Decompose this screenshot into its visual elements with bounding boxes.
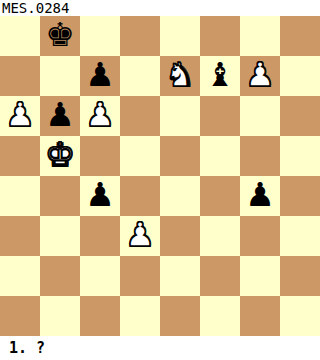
square-h2[interactable] <box>280 256 320 296</box>
square-c7[interactable]: ♟ <box>80 56 120 96</box>
square-c6[interactable]: ♟ <box>80 96 120 136</box>
square-e7[interactable]: ♞ <box>160 56 200 96</box>
white-pawn-piece: ♟ <box>5 96 35 135</box>
diagram-title: MES.0284 <box>0 0 320 16</box>
white-pawn-piece: ♟ <box>125 216 155 255</box>
square-d7[interactable] <box>120 56 160 96</box>
black-king-piece: ♚ <box>45 16 75 55</box>
square-e6[interactable] <box>160 96 200 136</box>
square-a2[interactable] <box>0 256 40 296</box>
square-e1[interactable] <box>160 296 200 336</box>
square-c4[interactable]: ♟ <box>80 176 120 216</box>
square-a7[interactable] <box>0 56 40 96</box>
square-b4[interactable] <box>40 176 80 216</box>
square-d2[interactable] <box>120 256 160 296</box>
square-d5[interactable] <box>120 136 160 176</box>
square-g6[interactable] <box>240 96 280 136</box>
square-a1[interactable] <box>0 296 40 336</box>
square-h5[interactable] <box>280 136 320 176</box>
square-b8[interactable]: ♚ <box>40 16 80 56</box>
black-pawn-piece: ♟ <box>85 56 115 95</box>
square-f5[interactable] <box>200 136 240 176</box>
black-pawn-piece: ♟ <box>245 176 275 215</box>
square-d4[interactable] <box>120 176 160 216</box>
square-b3[interactable] <box>40 216 80 256</box>
square-e2[interactable] <box>160 256 200 296</box>
square-f7[interactable]: ♝ <box>200 56 240 96</box>
black-pawn-piece: ♟ <box>45 96 75 135</box>
square-a4[interactable] <box>0 176 40 216</box>
square-h3[interactable] <box>280 216 320 256</box>
square-g5[interactable] <box>240 136 280 176</box>
square-c8[interactable] <box>80 16 120 56</box>
square-a8[interactable] <box>0 16 40 56</box>
square-c3[interactable] <box>80 216 120 256</box>
square-b5[interactable]: ♚ <box>40 136 80 176</box>
square-d8[interactable] <box>120 16 160 56</box>
square-f2[interactable] <box>200 256 240 296</box>
square-g1[interactable] <box>240 296 280 336</box>
square-f1[interactable] <box>200 296 240 336</box>
black-pawn-piece: ♟ <box>85 176 115 215</box>
square-h6[interactable] <box>280 96 320 136</box>
square-h8[interactable] <box>280 16 320 56</box>
square-f4[interactable] <box>200 176 240 216</box>
black-bishop-piece: ♝ <box>205 56 235 95</box>
square-h4[interactable] <box>280 176 320 216</box>
white-pawn-piece: ♟ <box>245 56 275 95</box>
square-g4[interactable]: ♟ <box>240 176 280 216</box>
square-d3[interactable]: ♟ <box>120 216 160 256</box>
square-c5[interactable] <box>80 136 120 176</box>
square-b1[interactable] <box>40 296 80 336</box>
square-b2[interactable] <box>40 256 80 296</box>
square-g3[interactable] <box>240 216 280 256</box>
square-d1[interactable] <box>120 296 160 336</box>
square-c2[interactable] <box>80 256 120 296</box>
square-c1[interactable] <box>80 296 120 336</box>
square-a3[interactable] <box>0 216 40 256</box>
square-b6[interactable]: ♟ <box>40 96 80 136</box>
square-e8[interactable] <box>160 16 200 56</box>
square-e4[interactable] <box>160 176 200 216</box>
move-prompt: 1. ? <box>0 336 320 360</box>
square-a5[interactable] <box>0 136 40 176</box>
white-king-piece: ♚ <box>45 136 75 175</box>
square-g8[interactable] <box>240 16 280 56</box>
square-f3[interactable] <box>200 216 240 256</box>
square-f8[interactable] <box>200 16 240 56</box>
chess-diagram-window: MES.0284 ♚♟♞♝♟♟♟♟♚♟♟♟ 1. ? <box>0 0 320 360</box>
square-a6[interactable]: ♟ <box>0 96 40 136</box>
square-e3[interactable] <box>160 216 200 256</box>
white-pawn-piece: ♟ <box>85 96 115 135</box>
square-d6[interactable] <box>120 96 160 136</box>
white-knight-piece: ♞ <box>165 56 195 95</box>
square-h1[interactable] <box>280 296 320 336</box>
square-f6[interactable] <box>200 96 240 136</box>
square-b7[interactable] <box>40 56 80 96</box>
square-g2[interactable] <box>240 256 280 296</box>
square-g7[interactable]: ♟ <box>240 56 280 96</box>
chess-board: ♚♟♞♝♟♟♟♟♚♟♟♟ <box>0 16 320 336</box>
square-e5[interactable] <box>160 136 200 176</box>
square-h7[interactable] <box>280 56 320 96</box>
